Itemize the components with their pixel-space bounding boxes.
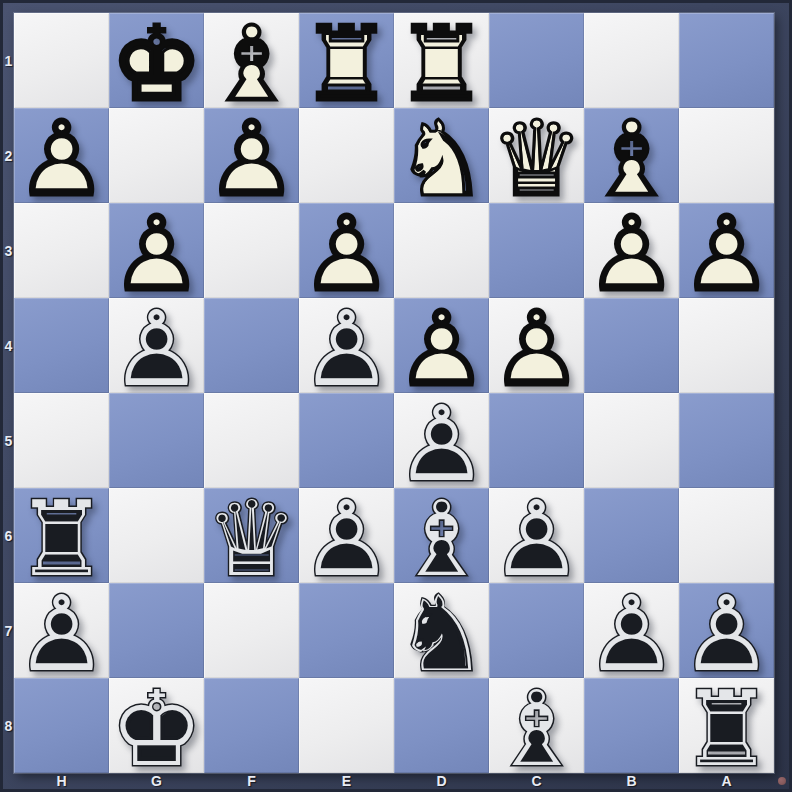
square-h1[interactable] (14, 13, 109, 108)
rank-label-7: 7 (3, 583, 14, 678)
square-b8[interactable] (584, 678, 679, 773)
piece-detail-glyph: ♗ (204, 16, 299, 111)
piece-black-knight: ♞♘ (394, 583, 489, 678)
piece-detail-glyph: ♙ (679, 586, 774, 681)
corner-marker-dot (778, 777, 786, 785)
piece-detail-glyph: ♙ (299, 491, 394, 586)
piece-black-pawn: ♟♙ (394, 393, 489, 488)
square-a6[interactable] (679, 488, 774, 583)
piece-detail-glyph: ♖ (14, 491, 109, 586)
piece-white-king: ♚♔ (109, 13, 204, 108)
square-c6[interactable]: ♟♙ (489, 488, 584, 583)
piece-detail-glyph: ♔ (109, 681, 204, 776)
square-e1[interactable]: ♜♖ (299, 13, 394, 108)
piece-white-pawn: ♟♙ (204, 108, 299, 203)
piece-detail-glyph: ♔ (109, 16, 204, 111)
square-c3[interactable] (489, 203, 584, 298)
square-h3[interactable] (14, 203, 109, 298)
square-e4[interactable]: ♟♙ (299, 298, 394, 393)
file-label-e: E (299, 773, 394, 789)
square-c2[interactable]: ♛♕ (489, 108, 584, 203)
square-f4[interactable] (204, 298, 299, 393)
piece-detail-glyph: ♗ (584, 111, 679, 206)
square-f7[interactable] (204, 583, 299, 678)
rank-label-1: 1 (3, 13, 14, 108)
square-d6[interactable]: ♝♗ (394, 488, 489, 583)
square-g3[interactable]: ♟♙ (109, 203, 204, 298)
piece-black-queen: ♛♕ (204, 488, 299, 583)
piece-white-pawn: ♟♙ (394, 298, 489, 393)
square-e5[interactable] (299, 393, 394, 488)
piece-black-pawn: ♟♙ (299, 298, 394, 393)
piece-black-pawn: ♟♙ (109, 298, 204, 393)
piece-black-pawn: ♟♙ (584, 583, 679, 678)
square-d5[interactable]: ♟♙ (394, 393, 489, 488)
piece-detail-glyph: ♙ (584, 206, 679, 301)
square-c5[interactable] (489, 393, 584, 488)
square-g4[interactable]: ♟♙ (109, 298, 204, 393)
rank-label-4: 4 (3, 298, 14, 393)
piece-detail-glyph: ♙ (489, 301, 584, 396)
piece-detail-glyph: ♕ (489, 111, 584, 206)
square-f1[interactable]: ♝♗ (204, 13, 299, 108)
piece-white-pawn: ♟♙ (679, 203, 774, 298)
piece-detail-glyph: ♘ (394, 586, 489, 681)
square-f2[interactable]: ♟♙ (204, 108, 299, 203)
piece-detail-glyph: ♙ (394, 396, 489, 491)
piece-detail-glyph: ♙ (299, 206, 394, 301)
square-f6[interactable]: ♛♕ (204, 488, 299, 583)
file-label-b: B (584, 773, 679, 789)
piece-detail-glyph: ♙ (394, 301, 489, 396)
piece-detail-glyph: ♙ (109, 301, 204, 396)
square-a5[interactable] (679, 393, 774, 488)
piece-black-pawn: ♟♙ (679, 583, 774, 678)
piece-white-rook: ♜♖ (299, 13, 394, 108)
square-e7[interactable] (299, 583, 394, 678)
piece-detail-glyph: ♖ (394, 16, 489, 111)
piece-white-bishop: ♝♗ (584, 108, 679, 203)
square-h5[interactable] (14, 393, 109, 488)
square-b7[interactable]: ♟♙ (584, 583, 679, 678)
file-label-f: F (204, 773, 299, 789)
piece-detail-glyph: ♙ (584, 586, 679, 681)
square-f3[interactable] (204, 203, 299, 298)
square-c1[interactable] (489, 13, 584, 108)
square-g6[interactable] (109, 488, 204, 583)
piece-detail-glyph: ♖ (299, 16, 394, 111)
square-e6[interactable]: ♟♙ (299, 488, 394, 583)
piece-detail-glyph: ♘ (394, 111, 489, 206)
file-label-a: A (679, 773, 774, 789)
piece-detail-glyph: ♙ (109, 206, 204, 301)
piece-detail-glyph: ♕ (204, 491, 299, 586)
file-labels: HGFEDCBA (14, 773, 774, 789)
piece-black-pawn: ♟♙ (14, 583, 109, 678)
piece-detail-glyph: ♙ (299, 301, 394, 396)
rank-label-5: 5 (3, 393, 14, 488)
square-g5[interactable] (109, 393, 204, 488)
piece-black-rook: ♜♖ (679, 678, 774, 773)
piece-white-queen: ♛♕ (489, 108, 584, 203)
chess-board: ♚♔♝♗♜♖♜♖♟♙♟♙♞♘♛♕♝♗♟♙♟♙♟♙♟♙♟♙♟♙♟♙♟♙♟♙♜♖♛♕… (14, 13, 774, 773)
square-d3[interactable] (394, 203, 489, 298)
square-a8[interactable]: ♜♖ (679, 678, 774, 773)
file-label-d: D (394, 773, 489, 789)
square-g1[interactable]: ♚♔ (109, 13, 204, 108)
rank-label-8: 8 (3, 678, 14, 773)
rank-label-3: 3 (3, 203, 14, 298)
piece-detail-glyph: ♙ (14, 111, 109, 206)
piece-white-pawn: ♟♙ (14, 108, 109, 203)
piece-detail-glyph: ♗ (394, 491, 489, 586)
piece-black-bishop: ♝♗ (489, 678, 584, 773)
square-e3[interactable]: ♟♙ (299, 203, 394, 298)
square-d8[interactable] (394, 678, 489, 773)
square-e2[interactable] (299, 108, 394, 203)
piece-white-pawn: ♟♙ (109, 203, 204, 298)
square-a3[interactable]: ♟♙ (679, 203, 774, 298)
square-h6[interactable]: ♜♖ (14, 488, 109, 583)
file-label-h: H (14, 773, 109, 789)
square-g2[interactable] (109, 108, 204, 203)
piece-white-pawn: ♟♙ (584, 203, 679, 298)
square-a2[interactable] (679, 108, 774, 203)
file-label-c: C (489, 773, 584, 789)
square-g7[interactable] (109, 583, 204, 678)
square-g8[interactable]: ♚♔ (109, 678, 204, 773)
square-d2[interactable]: ♞♘ (394, 108, 489, 203)
square-h7[interactable]: ♟♙ (14, 583, 109, 678)
square-a1[interactable] (679, 13, 774, 108)
piece-detail-glyph: ♗ (489, 681, 584, 776)
piece-black-king: ♚♔ (109, 678, 204, 773)
square-b6[interactable] (584, 488, 679, 583)
piece-black-bishop: ♝♗ (394, 488, 489, 583)
piece-black-pawn: ♟♙ (299, 488, 394, 583)
rank-labels: 12345678 (3, 13, 14, 773)
piece-black-rook: ♜♖ (14, 488, 109, 583)
piece-white-pawn: ♟♙ (299, 203, 394, 298)
square-b5[interactable] (584, 393, 679, 488)
square-c4[interactable]: ♟♙ (489, 298, 584, 393)
square-e8[interactable] (299, 678, 394, 773)
rank-label-2: 2 (3, 108, 14, 203)
square-c7[interactable] (489, 583, 584, 678)
piece-white-bishop: ♝♗ (204, 13, 299, 108)
square-a4[interactable] (679, 298, 774, 393)
square-d1[interactable]: ♜♖ (394, 13, 489, 108)
piece-detail-glyph: ♙ (14, 586, 109, 681)
board-frame: ♚♔♝♗♜♖♜♖♟♙♟♙♞♘♛♕♝♗♟♙♟♙♟♙♟♙♟♙♟♙♟♙♟♙♟♙♜♖♛♕… (0, 0, 792, 792)
piece-detail-glyph: ♙ (679, 206, 774, 301)
square-f5[interactable] (204, 393, 299, 488)
square-h2[interactable]: ♟♙ (14, 108, 109, 203)
square-c8[interactable]: ♝♗ (489, 678, 584, 773)
square-d4[interactable]: ♟♙ (394, 298, 489, 393)
piece-detail-glyph: ♖ (679, 681, 774, 776)
piece-white-knight: ♞♘ (394, 108, 489, 203)
piece-black-pawn: ♟♙ (489, 488, 584, 583)
square-f8[interactable] (204, 678, 299, 773)
square-b4[interactable] (584, 298, 679, 393)
square-h4[interactable] (14, 298, 109, 393)
piece-white-pawn: ♟♙ (489, 298, 584, 393)
square-a7[interactable]: ♟♙ (679, 583, 774, 678)
square-b3[interactable]: ♟♙ (584, 203, 679, 298)
piece-white-rook: ♜♖ (394, 13, 489, 108)
square-b1[interactable] (584, 13, 679, 108)
piece-detail-glyph: ♙ (204, 111, 299, 206)
square-b2[interactable]: ♝♗ (584, 108, 679, 203)
rank-label-6: 6 (3, 488, 14, 583)
square-h8[interactable] (14, 678, 109, 773)
square-d7[interactable]: ♞♘ (394, 583, 489, 678)
file-label-g: G (109, 773, 204, 789)
piece-detail-glyph: ♙ (489, 491, 584, 586)
